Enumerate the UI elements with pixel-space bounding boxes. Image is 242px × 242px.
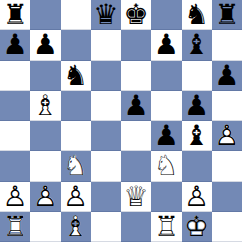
- white-pawn-fill: ♟: [182, 182, 212, 212]
- white-pawn-fill: ♟: [212, 121, 242, 151]
- square-b1[interactable]: [30, 212, 60, 242]
- white-queen: ♕: [121, 182, 151, 212]
- square-e7[interactable]: [121, 30, 151, 60]
- square-h1[interactable]: [212, 212, 242, 242]
- black-pawn: ♟: [0, 30, 30, 60]
- white-bishop: ♗: [61, 212, 91, 242]
- square-g8[interactable]: ♞: [182, 0, 212, 30]
- square-e5[interactable]: ♟: [121, 91, 151, 121]
- square-b5[interactable]: ♝♗: [30, 91, 60, 121]
- white-pawn-fill: ♟: [0, 182, 30, 212]
- square-c8[interactable]: [61, 0, 91, 30]
- square-a6[interactable]: [0, 61, 30, 91]
- white-pawn-fill: ♟: [30, 182, 60, 212]
- square-g1[interactable]: ♚♔: [182, 212, 212, 242]
- square-e3[interactable]: [121, 151, 151, 181]
- square-d6[interactable]: [91, 61, 121, 91]
- square-f1[interactable]: ♜♖: [151, 212, 181, 242]
- white-bishop-fill: ♝: [61, 212, 91, 242]
- square-h8[interactable]: ♜: [212, 0, 242, 30]
- black-queen: ♛: [91, 0, 121, 30]
- square-h4[interactable]: ♟♙: [212, 121, 242, 151]
- square-h2[interactable]: [212, 182, 242, 212]
- square-d4[interactable]: [91, 121, 121, 151]
- square-b8[interactable]: [30, 0, 60, 30]
- square-g4[interactable]: ♝: [182, 121, 212, 151]
- white-knight: ♘: [151, 151, 181, 181]
- square-b7[interactable]: ♟: [30, 30, 60, 60]
- black-rook: ♜: [0, 0, 30, 30]
- black-pawn: ♟: [151, 30, 181, 60]
- square-g5[interactable]: ♟: [182, 91, 212, 121]
- square-c4[interactable]: [61, 121, 91, 151]
- white-rook-fill: ♜: [0, 212, 30, 242]
- white-king-fill: ♚: [182, 212, 212, 242]
- square-f5[interactable]: [151, 91, 181, 121]
- white-pawn-fill: ♟: [61, 182, 91, 212]
- square-g2[interactable]: ♟♙: [182, 182, 212, 212]
- square-g3[interactable]: [182, 151, 212, 181]
- black-pawn: ♟: [121, 91, 151, 121]
- square-c3[interactable]: ♞♘: [61, 151, 91, 181]
- black-pawn: ♟: [30, 30, 60, 60]
- white-pawn: ♙: [61, 182, 91, 212]
- black-pawn: ♟: [212, 61, 242, 91]
- square-d1[interactable]: [91, 212, 121, 242]
- square-c6[interactable]: ♞: [61, 61, 91, 91]
- square-e1[interactable]: [121, 212, 151, 242]
- white-rook: ♖: [0, 212, 30, 242]
- square-f4[interactable]: ♟: [151, 121, 181, 151]
- white-queen-fill: ♛: [121, 182, 151, 212]
- square-c2[interactable]: ♟♙: [61, 182, 91, 212]
- square-d5[interactable]: [91, 91, 121, 121]
- square-g7[interactable]: ♝: [182, 30, 212, 60]
- square-d8[interactable]: ♛: [91, 0, 121, 30]
- square-e8[interactable]: ♚: [121, 0, 151, 30]
- square-a1[interactable]: ♜♖: [0, 212, 30, 242]
- black-bishop: ♝: [182, 121, 212, 151]
- square-b3[interactable]: [30, 151, 60, 181]
- square-b6[interactable]: [30, 61, 60, 91]
- black-rook: ♜: [212, 0, 242, 30]
- square-f2[interactable]: [151, 182, 181, 212]
- white-rook: ♖: [151, 212, 181, 242]
- square-a2[interactable]: ♟♙: [0, 182, 30, 212]
- white-rook-fill: ♜: [151, 212, 181, 242]
- white-pawn: ♙: [212, 121, 242, 151]
- black-king: ♚: [121, 0, 151, 30]
- square-c7[interactable]: [61, 30, 91, 60]
- white-knight: ♘: [61, 151, 91, 181]
- square-d7[interactable]: [91, 30, 121, 60]
- white-bishop-fill: ♝: [30, 91, 60, 121]
- square-f3[interactable]: ♞♘: [151, 151, 181, 181]
- square-d2[interactable]: [91, 182, 121, 212]
- square-g6[interactable]: [182, 61, 212, 91]
- square-a8[interactable]: ♜: [0, 0, 30, 30]
- square-e2[interactable]: ♛♕: [121, 182, 151, 212]
- square-h3[interactable]: [212, 151, 242, 181]
- square-a5[interactable]: [0, 91, 30, 121]
- white-pawn: ♙: [182, 182, 212, 212]
- black-pawn: ♟: [182, 91, 212, 121]
- white-knight-fill: ♞: [61, 151, 91, 181]
- square-a4[interactable]: [0, 121, 30, 151]
- square-f7[interactable]: ♟: [151, 30, 181, 60]
- square-h6[interactable]: ♟: [212, 61, 242, 91]
- square-e4[interactable]: [121, 121, 151, 151]
- square-b4[interactable]: [30, 121, 60, 151]
- black-knight: ♞: [61, 61, 91, 91]
- black-bishop: ♝: [182, 30, 212, 60]
- square-a7[interactable]: ♟: [0, 30, 30, 60]
- square-e6[interactable]: [121, 61, 151, 91]
- square-f6[interactable]: [151, 61, 181, 91]
- chess-board: ♜♛♚♞♜♟♟♟♝♞♟♝♗♟♟♟♝♟♙♞♘♞♘♟♙♟♙♟♙♛♕♟♙♜♖♝♗♜♖♚…: [0, 0, 242, 242]
- white-knight-fill: ♞: [151, 151, 181, 181]
- square-c1[interactable]: ♝♗: [61, 212, 91, 242]
- white-king: ♔: [182, 212, 212, 242]
- square-a3[interactable]: [0, 151, 30, 181]
- square-d3[interactable]: [91, 151, 121, 181]
- square-c5[interactable]: [61, 91, 91, 121]
- white-bishop: ♗: [30, 91, 60, 121]
- black-knight: ♞: [182, 0, 212, 30]
- square-h7[interactable]: [212, 30, 242, 60]
- square-b2[interactable]: ♟♙: [30, 182, 60, 212]
- black-pawn: ♟: [151, 121, 181, 151]
- square-f8[interactable]: [151, 0, 181, 30]
- white-pawn: ♙: [0, 182, 30, 212]
- white-pawn: ♙: [30, 182, 60, 212]
- square-h5[interactable]: [212, 91, 242, 121]
